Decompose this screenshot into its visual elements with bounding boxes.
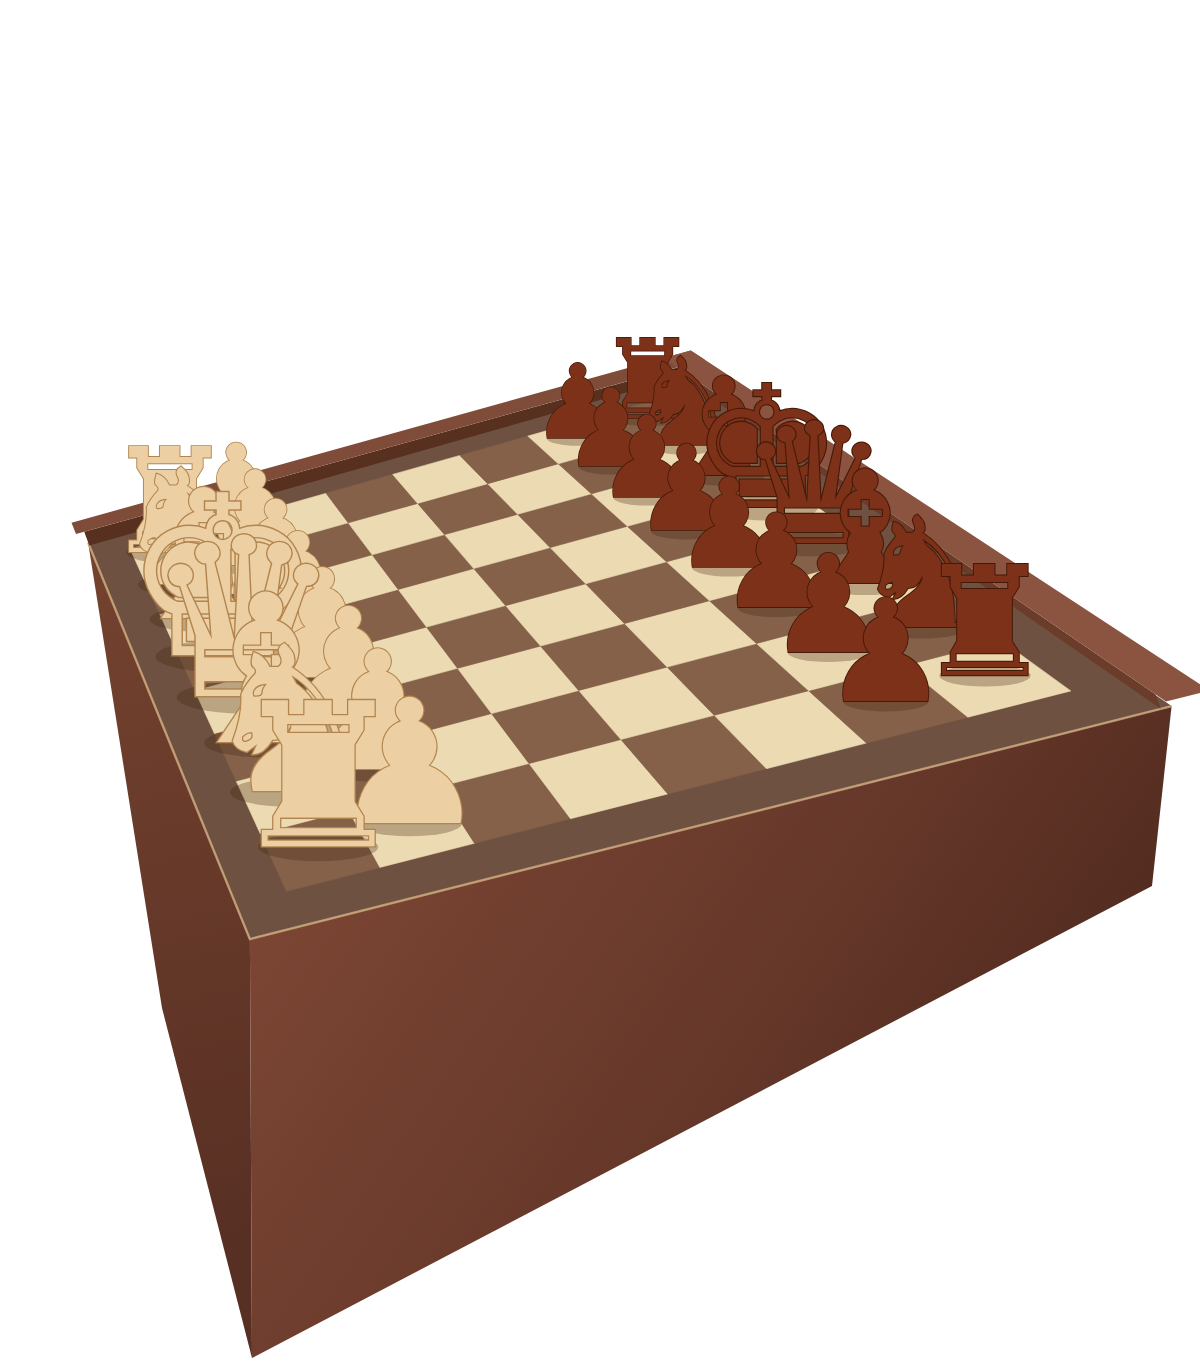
chess-set-scene: ♜♟♞♟♝♟♚♟♛♟♝♟♟♜♞♟♟♞♜♟♟♝♟♚♟♛♟♝♟♞♟♜ [0,0,1200,1372]
piece-white-rook-a1: ♜ [229,660,408,893]
product-photo-stage: ♜♟♞♟♝♟♚♟♛♟♝♟♟♜♞♟♟♞♜♟♟♝♟♚♟♛♟♝♟♞♟♜ [0,0,1200,1372]
piece-black-pawn-a7: ♟ [822,569,950,735]
